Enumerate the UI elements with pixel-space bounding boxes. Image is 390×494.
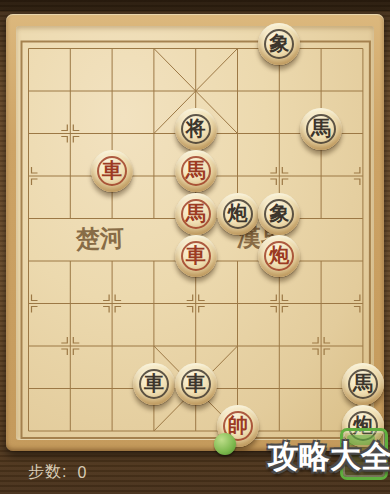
piece-black-chariot[interactable]: 車 xyxy=(133,363,175,405)
piece-red-cannon[interactable]: 炮 xyxy=(258,235,300,277)
piece-glyph: 車 xyxy=(133,363,175,405)
piece-glyph: 車 xyxy=(175,363,217,405)
piece-red-chariot[interactable]: 車 xyxy=(91,150,133,192)
steps-value: 0 xyxy=(77,464,87,482)
piece-glyph: 炮 xyxy=(217,193,259,235)
watermark-text: 攻略大全 xyxy=(268,436,390,478)
piece-glyph: 馬 xyxy=(175,150,217,192)
piece-black-general[interactable]: 将 xyxy=(175,108,217,150)
piece-glyph: 車 xyxy=(91,150,133,192)
steps-label: 步数: xyxy=(28,462,67,483)
piece-red-horse[interactable]: 馬 xyxy=(175,150,217,192)
piece-glyph: 象 xyxy=(258,193,300,235)
piece-black-horse[interactable]: 馬 xyxy=(300,108,342,150)
piece-red-horse[interactable]: 馬 xyxy=(175,193,217,235)
piece-glyph: 馬 xyxy=(175,193,217,235)
xiangqi-game-screen: 楚河 漢界 象将馬車馬馬炮象車炮車車馬帥炮 步数: 0 攻略大全 xyxy=(0,0,390,494)
piece-black-elephant[interactable]: 象 xyxy=(258,23,300,65)
piece-black-chariot[interactable]: 車 xyxy=(175,363,217,405)
piece-glyph: 将 xyxy=(175,108,217,150)
watermark: 攻略大全 xyxy=(190,428,390,488)
piece-glyph: 馬 xyxy=(300,108,342,150)
piece-black-elephant[interactable]: 象 xyxy=(258,193,300,235)
piece-glyph: 車 xyxy=(175,235,217,277)
river-label-chu: 楚河 xyxy=(75,220,164,255)
piece-black-horse[interactable]: 馬 xyxy=(342,363,384,405)
piece-glyph: 炮 xyxy=(258,235,300,277)
piece-red-chariot[interactable]: 車 xyxy=(175,235,217,277)
piece-black-cannon[interactable]: 炮 xyxy=(217,193,259,235)
piece-glyph: 馬 xyxy=(342,363,384,405)
piece-glyph: 象 xyxy=(258,23,300,65)
watermark-mascot-icon xyxy=(214,433,236,455)
